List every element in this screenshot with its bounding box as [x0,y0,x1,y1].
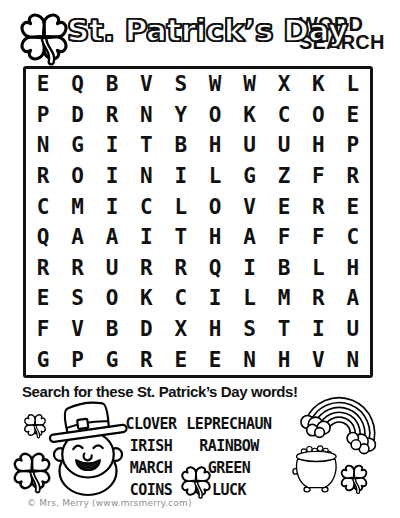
grid-cell-r9c5[interactable]: X [164,314,198,345]
grid-cell-r10c8[interactable]: H [267,344,301,375]
grid-cell-r5c7[interactable]: V [232,191,266,222]
grid-cell-r10c4[interactable]: R [129,344,163,375]
grid-cell-r1c10[interactable]: L [336,69,370,100]
word-item-green: GREEN [181,457,277,479]
grid-cell-r6c4[interactable]: I [129,222,163,253]
grid-cell-r7c5[interactable]: R [164,253,198,284]
grid-cell-r6c1[interactable]: Q [26,222,60,253]
grid-cell-r9c1[interactable]: F [26,314,60,345]
grid-cell-r1c5[interactable]: S [164,69,198,100]
grid-cell-r10c1[interactable]: G [26,344,60,375]
grid-cell-r8c1[interactable]: E [26,283,60,314]
grid-cell-r8c5[interactable]: C [164,283,198,314]
word-list-column-2: LEPRECHAUN RAINBOW GREEN LUCK [181,413,277,501]
grid-cell-r3c8[interactable]: U [267,130,301,161]
grid-cell-r7c3[interactable]: U [95,253,129,284]
grid-cell-r9c6[interactable]: H [198,314,232,345]
grid-cell-r9c7[interactable]: S [232,314,266,345]
grid-cell-r4c1[interactable]: R [26,161,60,192]
word-item-luck: LUCK [181,479,277,501]
grid-cell-r1c2[interactable]: Q [60,69,94,100]
grid-cell-r3c5[interactable]: B [164,130,198,161]
grid-cell-r4c10[interactable]: R [336,161,370,192]
grid-cell-r2c5[interactable]: Y [164,100,198,131]
grid-cell-r4c5[interactable]: I [164,161,198,192]
grid-cell-r3c1[interactable]: N [26,130,60,161]
grid-cell-r4c9[interactable]: F [301,161,335,192]
grid-cell-r1c4[interactable]: V [129,69,163,100]
grid-cell-r5c2[interactable]: M [60,191,94,222]
pot-of-gold-icon [292,440,340,498]
shamrock-icon [336,459,372,497]
grid-cell-r9c3[interactable]: B [95,314,129,345]
grid-cell-r3c6[interactable]: H [198,130,232,161]
grid-cell-r7c1[interactable]: R [26,253,60,284]
shamrock-icon [12,5,76,69]
grid-cell-r8c7[interactable]: L [232,283,266,314]
grid-cell-r4c6[interactable]: L [198,161,232,192]
grid-cell-r4c4[interactable]: N [129,161,163,192]
grid-cell-r5c9[interactable]: R [301,191,335,222]
grid-cell-r1c1[interactable]: E [26,69,60,100]
grid-cell-r10c7[interactable]: N [232,344,266,375]
grid-cell-r4c2[interactable]: O [60,161,94,192]
grid-cell-r2c6[interactable]: O [198,100,232,131]
grid-cell-r4c3[interactable]: I [95,161,129,192]
grid-cell-r6c7[interactable]: A [232,222,266,253]
grid-cell-r3c4[interactable]: T [129,130,163,161]
grid-cell-r3c7[interactable]: U [232,130,266,161]
grid-cell-r1c9[interactable]: K [301,69,335,100]
grid-cell-r2c7[interactable]: K [232,100,266,131]
grid-cell-r5c10[interactable]: E [336,191,370,222]
grid-cell-r7c10[interactable]: H [336,253,370,284]
grid-cell-r10c10[interactable]: N [336,344,370,375]
grid-cell-r7c4[interactable]: R [129,253,163,284]
grid-cell-r3c2[interactable]: G [60,130,94,161]
word-grid: EQBVSWWXKLPDRNYOKCOENGITBHUUHPROINILGZFR… [23,66,373,378]
worksheet-page: St. Patrick’s Day WORD SEARCH EQBVSWWXKL… [0,0,400,518]
grid-cell-r1c6[interactable]: W [198,69,232,100]
grid-cell-r2c1[interactable]: P [26,100,60,131]
word-item-rainbow: RAINBOW [181,435,277,457]
grid-cell-r8c10[interactable]: A [336,283,370,314]
grid-cell-r5c8[interactable]: E [267,191,301,222]
grid-cell-r8c2[interactable]: S [60,283,94,314]
grid-cell-r10c2[interactable]: P [60,344,94,375]
copyright-credit: © Mrs. Merry (www.mrsmerry.com) [27,498,192,508]
grid-cell-r3c9[interactable]: H [301,130,335,161]
grid-cell-r10c6[interactable]: E [198,344,232,375]
instruction-text: Search for these St. Patrick’s Day words… [22,383,298,400]
grid-cell-r2c3[interactable]: R [95,100,129,131]
grid-cell-r1c7[interactable]: W [232,69,266,100]
page-title: St. Patrick’s Day [67,12,348,48]
grid-cell-r6c10[interactable]: C [336,222,370,253]
grid-cell-r2c10[interactable]: E [336,100,370,131]
grid-cell-r6c8[interactable]: F [267,222,301,253]
grid-cell-r9c4[interactable]: D [129,314,163,345]
grid-cell-r4c7[interactable]: G [232,161,266,192]
grid-cell-r1c3[interactable]: B [95,69,129,100]
grid-cell-r10c5[interactable]: E [164,344,198,375]
grid-cell-r6c5[interactable]: T [164,222,198,253]
grid-cell-r6c9[interactable]: F [301,222,335,253]
grid-cell-r2c9[interactable]: O [301,100,335,131]
grid-cell-r9c9[interactable]: I [301,314,335,345]
grid-cell-r3c3[interactable]: I [95,130,129,161]
grid-cell-r6c2[interactable]: A [60,222,94,253]
grid-cell-r8c6[interactable]: I [198,283,232,314]
grid-cell-r8c4[interactable]: K [129,283,163,314]
grid-cell-r5c4[interactable]: C [129,191,163,222]
grid-cell-r1c8[interactable]: X [267,69,301,100]
grid-cell-r7c6[interactable]: Q [198,253,232,284]
grid-cell-r7c9[interactable]: L [301,253,335,284]
grid-cell-r7c2[interactable]: R [60,253,94,284]
grid-cell-r8c9[interactable]: R [301,283,335,314]
grid-cell-r7c8[interactable]: B [267,253,301,284]
grid-cell-r9c2[interactable]: V [60,314,94,345]
grid-cell-r10c3[interactable]: G [95,344,129,375]
grid-cell-r2c8[interactable]: C [267,100,301,131]
grid-cell-r4c8[interactable]: Z [267,161,301,192]
grid-cell-r3c10[interactable]: P [336,130,370,161]
grid-cell-r9c8[interactable]: T [267,314,301,345]
grid-cell-r10c9[interactable]: V [301,344,335,375]
grid-cell-r7c7[interactable]: I [232,253,266,284]
grid-cell-r8c8[interactable]: M [267,283,301,314]
grid-cell-r8c3[interactable]: O [95,283,129,314]
grid-cell-r9c10[interactable]: U [336,314,370,345]
grid-cell-r5c6[interactable]: O [198,191,232,222]
grid-cell-r5c3[interactable]: I [95,191,129,222]
word-item-leprechaun: LEPRECHAUN [181,413,277,435]
grid-cell-r6c6[interactable]: H [198,222,232,253]
grid-cell-r5c1[interactable]: C [26,191,60,222]
grid-cell-r2c2[interactable]: D [60,100,94,131]
grid-cell-r6c3[interactable]: A [95,222,129,253]
grid-cell-r5c5[interactable]: L [164,191,198,222]
grid-cell-r2c4[interactable]: N [129,100,163,131]
